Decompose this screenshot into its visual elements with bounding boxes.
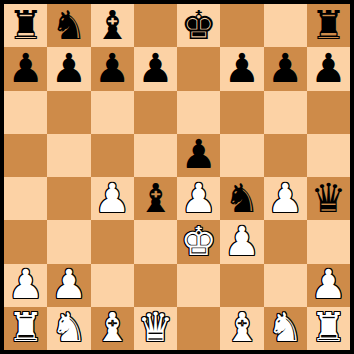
square-e7[interactable] bbox=[177, 47, 220, 90]
square-c3[interactable] bbox=[91, 220, 134, 263]
black-queen[interactable]: ♛ bbox=[310, 178, 346, 218]
square-g6[interactable] bbox=[264, 91, 307, 134]
black-pawn[interactable]: ♟ bbox=[267, 48, 303, 88]
square-g8[interactable] bbox=[264, 4, 307, 47]
white-queen[interactable]: ♛ bbox=[137, 307, 173, 347]
black-pawn[interactable]: ♟ bbox=[181, 134, 217, 174]
square-d5[interactable] bbox=[134, 134, 177, 177]
white-rook[interactable]: ♜ bbox=[8, 307, 44, 347]
square-g7[interactable]: ♟ bbox=[264, 47, 307, 90]
square-a4[interactable] bbox=[4, 177, 47, 220]
square-g4[interactable]: ♟ bbox=[264, 177, 307, 220]
square-e2[interactable] bbox=[177, 264, 220, 307]
square-a8[interactable]: ♜ bbox=[4, 4, 47, 47]
square-h2[interactable]: ♟ bbox=[307, 264, 350, 307]
square-d2[interactable] bbox=[134, 264, 177, 307]
square-b5[interactable] bbox=[47, 134, 90, 177]
square-h5[interactable] bbox=[307, 134, 350, 177]
white-pawn[interactable]: ♟ bbox=[310, 264, 346, 304]
square-d6[interactable] bbox=[134, 91, 177, 134]
square-f5[interactable] bbox=[220, 134, 263, 177]
chess-board: ♜♞♝♚♜♟♟♟♟♟♟♟♟♟♝♟♞♟♛♚♟♟♟♟♜♞♝♛♝♞♜ bbox=[0, 0, 354, 354]
square-d4[interactable]: ♝ bbox=[134, 177, 177, 220]
black-pawn[interactable]: ♟ bbox=[224, 48, 260, 88]
square-a1[interactable]: ♜ bbox=[4, 307, 47, 350]
square-b4[interactable] bbox=[47, 177, 90, 220]
square-e3[interactable]: ♚ bbox=[177, 220, 220, 263]
square-a5[interactable] bbox=[4, 134, 47, 177]
square-f3[interactable]: ♟ bbox=[220, 220, 263, 263]
square-c4[interactable]: ♟ bbox=[91, 177, 134, 220]
square-a2[interactable]: ♟ bbox=[4, 264, 47, 307]
white-pawn[interactable]: ♟ bbox=[267, 178, 303, 218]
black-pawn[interactable]: ♟ bbox=[310, 48, 346, 88]
square-f4[interactable]: ♞ bbox=[220, 177, 263, 220]
black-pawn[interactable]: ♟ bbox=[94, 48, 130, 88]
square-f1[interactable]: ♝ bbox=[220, 307, 263, 350]
white-pawn[interactable]: ♟ bbox=[181, 178, 217, 218]
square-f6[interactable] bbox=[220, 91, 263, 134]
square-h3[interactable] bbox=[307, 220, 350, 263]
square-h6[interactable] bbox=[307, 91, 350, 134]
square-c2[interactable] bbox=[91, 264, 134, 307]
square-a3[interactable] bbox=[4, 220, 47, 263]
black-rook[interactable]: ♜ bbox=[8, 5, 44, 45]
square-c5[interactable] bbox=[91, 134, 134, 177]
square-g2[interactable] bbox=[264, 264, 307, 307]
square-f2[interactable] bbox=[220, 264, 263, 307]
square-a6[interactable] bbox=[4, 91, 47, 134]
black-pawn[interactable]: ♟ bbox=[137, 48, 173, 88]
white-knight[interactable]: ♞ bbox=[51, 307, 87, 347]
square-b7[interactable]: ♟ bbox=[47, 47, 90, 90]
white-rook[interactable]: ♜ bbox=[310, 307, 346, 347]
black-pawn[interactable]: ♟ bbox=[51, 48, 87, 88]
square-d8[interactable] bbox=[134, 4, 177, 47]
square-b3[interactable] bbox=[47, 220, 90, 263]
square-e5[interactable]: ♟ bbox=[177, 134, 220, 177]
white-pawn[interactable]: ♟ bbox=[51, 264, 87, 304]
square-b6[interactable] bbox=[47, 91, 90, 134]
square-h8[interactable]: ♜ bbox=[307, 4, 350, 47]
black-rook[interactable]: ♜ bbox=[310, 5, 346, 45]
square-e8[interactable]: ♚ bbox=[177, 4, 220, 47]
white-king[interactable]: ♚ bbox=[181, 221, 217, 261]
square-d7[interactable]: ♟ bbox=[134, 47, 177, 90]
square-c7[interactable]: ♟ bbox=[91, 47, 134, 90]
white-bishop[interactable]: ♝ bbox=[94, 307, 130, 347]
square-g1[interactable]: ♞ bbox=[264, 307, 307, 350]
square-h7[interactable]: ♟ bbox=[307, 47, 350, 90]
square-e1[interactable] bbox=[177, 307, 220, 350]
square-g5[interactable] bbox=[264, 134, 307, 177]
square-e6[interactable] bbox=[177, 91, 220, 134]
black-king[interactable]: ♚ bbox=[181, 5, 217, 45]
square-h1[interactable]: ♜ bbox=[307, 307, 350, 350]
square-c6[interactable] bbox=[91, 91, 134, 134]
square-b2[interactable]: ♟ bbox=[47, 264, 90, 307]
square-b8[interactable]: ♞ bbox=[47, 4, 90, 47]
white-pawn[interactable]: ♟ bbox=[224, 221, 260, 261]
square-b1[interactable]: ♞ bbox=[47, 307, 90, 350]
white-knight[interactable]: ♞ bbox=[267, 307, 303, 347]
square-h4[interactable]: ♛ bbox=[307, 177, 350, 220]
square-e4[interactable]: ♟ bbox=[177, 177, 220, 220]
black-bishop[interactable]: ♝ bbox=[137, 178, 173, 218]
square-d3[interactable] bbox=[134, 220, 177, 263]
white-bishop[interactable]: ♝ bbox=[224, 307, 260, 347]
black-bishop[interactable]: ♝ bbox=[94, 5, 130, 45]
square-f8[interactable] bbox=[220, 4, 263, 47]
white-pawn[interactable]: ♟ bbox=[8, 264, 44, 304]
square-c8[interactable]: ♝ bbox=[91, 4, 134, 47]
white-pawn[interactable]: ♟ bbox=[94, 178, 130, 218]
square-d1[interactable]: ♛ bbox=[134, 307, 177, 350]
black-knight[interactable]: ♞ bbox=[51, 5, 87, 45]
black-knight[interactable]: ♞ bbox=[224, 178, 260, 218]
square-c1[interactable]: ♝ bbox=[91, 307, 134, 350]
square-a7[interactable]: ♟ bbox=[4, 47, 47, 90]
square-f7[interactable]: ♟ bbox=[220, 47, 263, 90]
black-pawn[interactable]: ♟ bbox=[8, 48, 44, 88]
square-g3[interactable] bbox=[264, 220, 307, 263]
